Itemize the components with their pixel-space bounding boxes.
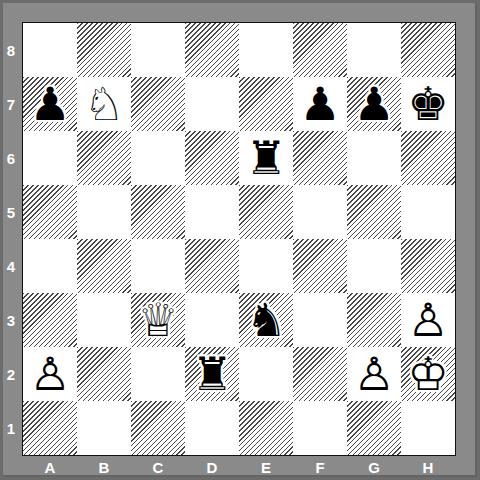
square-a6[interactable] bbox=[23, 131, 77, 185]
piece-glyph: ♚ bbox=[401, 77, 455, 131]
square-e3[interactable]: ♞♞ bbox=[239, 293, 293, 347]
square-e6[interactable]: ♜♜ bbox=[239, 131, 293, 185]
rank-label-3: 3 bbox=[0, 293, 22, 347]
square-b6[interactable] bbox=[77, 131, 131, 185]
square-b4[interactable] bbox=[77, 239, 131, 293]
square-h3[interactable]: ♟♙ bbox=[401, 293, 455, 347]
square-f1[interactable] bbox=[293, 401, 347, 455]
square-e4[interactable] bbox=[239, 239, 293, 293]
square-a1[interactable] bbox=[23, 401, 77, 455]
piece-white-queen[interactable]: ♛♕ bbox=[131, 293, 185, 347]
file-label-g: G bbox=[347, 456, 401, 478]
piece-glyph: ♙ bbox=[23, 347, 77, 401]
square-g8[interactable] bbox=[347, 23, 401, 77]
piece-white-knight[interactable]: ♞♘ bbox=[77, 77, 131, 131]
square-c5[interactable] bbox=[131, 185, 185, 239]
square-d4[interactable] bbox=[185, 239, 239, 293]
square-h6[interactable] bbox=[401, 131, 455, 185]
square-c1[interactable] bbox=[131, 401, 185, 455]
square-a3[interactable] bbox=[23, 293, 77, 347]
piece-black-king[interactable]: ♚♚ bbox=[401, 77, 455, 131]
square-h5[interactable] bbox=[401, 185, 455, 239]
file-label-c: C bbox=[131, 456, 185, 478]
file-label-a: A bbox=[23, 456, 77, 478]
square-g3[interactable] bbox=[347, 293, 401, 347]
piece-white-pawn[interactable]: ♟♙ bbox=[401, 293, 455, 347]
square-e7[interactable] bbox=[239, 77, 293, 131]
square-c6[interactable] bbox=[131, 131, 185, 185]
square-c2[interactable] bbox=[131, 347, 185, 401]
square-h2[interactable]: ♚♔ bbox=[401, 347, 455, 401]
file-label-e: E bbox=[239, 456, 293, 478]
rank-label-5: 5 bbox=[0, 185, 22, 239]
piece-glyph: ♙ bbox=[401, 293, 455, 347]
square-e2[interactable] bbox=[239, 347, 293, 401]
square-a2[interactable]: ♟♙ bbox=[23, 347, 77, 401]
file-label-d: D bbox=[185, 456, 239, 478]
piece-black-knight[interactable]: ♞♞ bbox=[239, 293, 293, 347]
board-frame: ♟♟♞♘♟♟♟♟♚♚♜♜♛♕♞♞♟♙♟♙♜♜♟♙♚♔ 87654321 ABCD… bbox=[0, 0, 480, 480]
piece-black-pawn[interactable]: ♟♟ bbox=[293, 77, 347, 131]
square-c4[interactable] bbox=[131, 239, 185, 293]
square-g2[interactable]: ♟♙ bbox=[347, 347, 401, 401]
square-c8[interactable] bbox=[131, 23, 185, 77]
square-a5[interactable] bbox=[23, 185, 77, 239]
chess-board: ♟♟♞♘♟♟♟♟♚♚♜♜♛♕♞♞♟♙♟♙♜♜♟♙♚♔ bbox=[22, 22, 456, 456]
square-d1[interactable] bbox=[185, 401, 239, 455]
file-label-f: F bbox=[293, 456, 347, 478]
rank-label-1: 1 bbox=[0, 401, 22, 455]
piece-white-pawn[interactable]: ♟♙ bbox=[23, 347, 77, 401]
square-b5[interactable] bbox=[77, 185, 131, 239]
rank-label-6: 6 bbox=[0, 131, 22, 185]
square-b2[interactable] bbox=[77, 347, 131, 401]
square-h7[interactable]: ♚♚ bbox=[401, 77, 455, 131]
square-g5[interactable] bbox=[347, 185, 401, 239]
piece-glyph: ♟ bbox=[347, 77, 401, 131]
square-f2[interactable] bbox=[293, 347, 347, 401]
square-b8[interactable] bbox=[77, 23, 131, 77]
piece-black-rook[interactable]: ♜♜ bbox=[185, 347, 239, 401]
piece-glyph: ♜ bbox=[239, 131, 293, 185]
square-a8[interactable] bbox=[23, 23, 77, 77]
square-d3[interactable] bbox=[185, 293, 239, 347]
square-e1[interactable] bbox=[239, 401, 293, 455]
square-b1[interactable] bbox=[77, 401, 131, 455]
piece-black-rook[interactable]: ♜♜ bbox=[239, 131, 293, 185]
square-f6[interactable] bbox=[293, 131, 347, 185]
square-b3[interactable] bbox=[77, 293, 131, 347]
piece-black-pawn[interactable]: ♟♟ bbox=[347, 77, 401, 131]
piece-glyph: ♟ bbox=[23, 77, 77, 131]
square-g7[interactable]: ♟♟ bbox=[347, 77, 401, 131]
square-d2[interactable]: ♜♜ bbox=[185, 347, 239, 401]
file-label-h: H bbox=[401, 456, 455, 478]
square-g6[interactable] bbox=[347, 131, 401, 185]
square-h1[interactable] bbox=[401, 401, 455, 455]
piece-glyph: ♔ bbox=[401, 347, 455, 401]
rank-label-4: 4 bbox=[0, 239, 22, 293]
square-h8[interactable] bbox=[401, 23, 455, 77]
piece-glyph: ♘ bbox=[77, 77, 131, 131]
rank-label-8: 8 bbox=[0, 23, 22, 77]
square-c3[interactable]: ♛♕ bbox=[131, 293, 185, 347]
square-e8[interactable] bbox=[239, 23, 293, 77]
square-g4[interactable] bbox=[347, 239, 401, 293]
square-d8[interactable] bbox=[185, 23, 239, 77]
square-h4[interactable] bbox=[401, 239, 455, 293]
square-f8[interactable] bbox=[293, 23, 347, 77]
square-b7[interactable]: ♞♘ bbox=[77, 77, 131, 131]
square-f5[interactable] bbox=[293, 185, 347, 239]
square-d6[interactable] bbox=[185, 131, 239, 185]
square-d7[interactable] bbox=[185, 77, 239, 131]
rank-label-2: 2 bbox=[0, 347, 22, 401]
square-c7[interactable] bbox=[131, 77, 185, 131]
piece-white-pawn[interactable]: ♟♙ bbox=[347, 347, 401, 401]
rank-label-7: 7 bbox=[0, 77, 22, 131]
file-label-b: B bbox=[77, 456, 131, 478]
piece-glyph: ♕ bbox=[131, 293, 185, 347]
square-f4[interactable] bbox=[293, 239, 347, 293]
piece-glyph: ♟ bbox=[293, 77, 347, 131]
square-a4[interactable] bbox=[23, 239, 77, 293]
square-d5[interactable] bbox=[185, 185, 239, 239]
square-e5[interactable] bbox=[239, 185, 293, 239]
piece-black-pawn[interactable]: ♟♟ bbox=[23, 77, 77, 131]
square-f3[interactable] bbox=[293, 293, 347, 347]
piece-glyph: ♙ bbox=[347, 347, 401, 401]
square-g1[interactable] bbox=[347, 401, 401, 455]
piece-white-king[interactable]: ♚♔ bbox=[401, 347, 455, 401]
piece-glyph: ♞ bbox=[239, 293, 293, 347]
square-f7[interactable]: ♟♟ bbox=[293, 77, 347, 131]
piece-glyph: ♜ bbox=[185, 347, 239, 401]
square-a7[interactable]: ♟♟ bbox=[23, 77, 77, 131]
